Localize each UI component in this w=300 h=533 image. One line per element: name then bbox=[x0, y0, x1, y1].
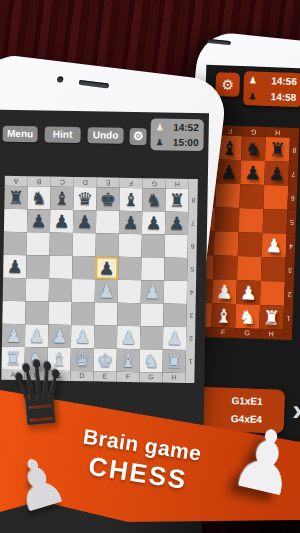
black-pawn: ♟ bbox=[145, 212, 162, 233]
square-g4[interactable] bbox=[238, 232, 263, 257]
square-f1[interactable]: ♝ bbox=[211, 303, 236, 328]
black-king: ♚ bbox=[100, 188, 117, 209]
square-b5[interactable] bbox=[26, 255, 49, 278]
white-rook: ♜ bbox=[166, 351, 183, 372]
square-f1[interactable]: ♝ bbox=[116, 349, 139, 372]
file-label bbox=[290, 128, 299, 138]
square-e6[interactable] bbox=[96, 233, 119, 256]
square-d5[interactable] bbox=[72, 256, 95, 279]
menu-button[interactable]: Menu bbox=[2, 126, 37, 143]
square-h5[interactable] bbox=[164, 258, 187, 281]
square-b8[interactable]: ♞ bbox=[27, 186, 50, 209]
hint-button[interactable]: Hint bbox=[44, 126, 80, 143]
rank-label: 8 bbox=[289, 138, 299, 162]
square-d8[interactable]: ♛ bbox=[73, 187, 96, 210]
file-label: H bbox=[166, 179, 189, 189]
square-e2[interactable] bbox=[94, 325, 117, 348]
square-a7[interactable] bbox=[4, 209, 27, 232]
square-h2[interactable]: ♟ bbox=[163, 327, 186, 350]
black-queen-3d: ♛ bbox=[6, 347, 72, 440]
black-pawn: ♟ bbox=[244, 161, 262, 184]
white-pawn: ♟ bbox=[98, 280, 115, 301]
square-h5[interactable] bbox=[263, 209, 288, 234]
white-clock-time: 14:52 bbox=[173, 120, 199, 134]
square-h8[interactable]: ♜ bbox=[165, 189, 188, 212]
white-bishop: ♝ bbox=[215, 304, 233, 327]
white-queen: ♛ bbox=[74, 349, 91, 370]
black-knight: ♞ bbox=[31, 187, 48, 208]
white-pawn: ♟ bbox=[216, 280, 234, 303]
square-f7[interactable]: ♟ bbox=[119, 211, 142, 234]
square-a5[interactable]: ♟ bbox=[3, 255, 26, 278]
rank-label: 1 bbox=[283, 306, 293, 330]
black-clock-time: 14:58 bbox=[270, 90, 296, 105]
square-d3[interactable] bbox=[71, 302, 94, 325]
white-clock-time: 14:56 bbox=[271, 74, 297, 89]
black-bishop: ♝ bbox=[221, 136, 239, 159]
square-h1[interactable]: ♜ bbox=[259, 305, 284, 330]
square-g3[interactable] bbox=[237, 256, 262, 281]
square-g8[interactable]: ♞ bbox=[142, 188, 165, 211]
square-h2[interactable] bbox=[260, 281, 285, 306]
white-rook: ♜ bbox=[263, 306, 281, 329]
black-pawn: ♟ bbox=[30, 210, 47, 231]
square-h7[interactable]: ♟ bbox=[264, 161, 289, 186]
white-knight: ♞ bbox=[143, 350, 160, 371]
square-e4[interactable]: ♟ bbox=[95, 279, 118, 302]
square-f6[interactable] bbox=[119, 234, 142, 257]
black-pawn: ♟ bbox=[268, 162, 286, 185]
square-f2[interactable]: ♟ bbox=[117, 326, 140, 349]
black-pawn: ♟ bbox=[7, 256, 24, 277]
rank-label: 2 bbox=[284, 282, 294, 306]
rank-label: 3 bbox=[186, 304, 195, 327]
black-bishop: ♝ bbox=[54, 188, 71, 209]
game-clock-panel: ♟14:56 ♟14:58 bbox=[243, 71, 300, 107]
black-queen: ♛ bbox=[77, 188, 94, 209]
square-c7[interactable]: ♟ bbox=[50, 210, 73, 233]
white-pawn: ♟ bbox=[166, 328, 183, 349]
square-h3[interactable] bbox=[261, 257, 286, 282]
square-g7[interactable]: ♟ bbox=[142, 211, 165, 234]
file-label: F bbox=[116, 372, 139, 382]
file-label: G bbox=[139, 372, 162, 382]
square-g8[interactable]: ♞ bbox=[241, 136, 266, 161]
square-a3[interactable] bbox=[2, 301, 25, 324]
square-f7[interactable]: ♟ bbox=[216, 159, 241, 184]
black-pawn: ♟ bbox=[76, 211, 93, 232]
square-a6[interactable] bbox=[4, 232, 27, 255]
black-knight: ♞ bbox=[146, 189, 163, 210]
square-g5[interactable] bbox=[239, 208, 264, 233]
square-f8[interactable]: ♝ bbox=[119, 188, 142, 211]
square-b7[interactable]: ♟ bbox=[27, 209, 50, 232]
speaker-slot bbox=[207, 39, 231, 45]
square-c3[interactable] bbox=[48, 302, 71, 325]
black-pawn: ♟ bbox=[99, 257, 116, 278]
file-label: C bbox=[51, 177, 74, 187]
square-g1[interactable]: ♞ bbox=[139, 349, 162, 372]
square-g1[interactable]: ♞ bbox=[235, 304, 260, 329]
black-knight: ♞ bbox=[245, 137, 263, 160]
white-pawn-icon: ♟ bbox=[249, 73, 258, 87]
black-clock-time: 15:00 bbox=[173, 135, 199, 149]
square-d4[interactable] bbox=[72, 279, 95, 302]
square-d7[interactable]: ♟ bbox=[73, 210, 96, 233]
square-e7[interactable] bbox=[96, 210, 119, 233]
speaker-slot bbox=[79, 80, 109, 89]
file-label bbox=[283, 330, 292, 340]
square-a8[interactable]: ♜ bbox=[4, 186, 27, 209]
file-label: D bbox=[70, 371, 93, 381]
square-g3[interactable] bbox=[140, 303, 163, 326]
square-f5[interactable] bbox=[215, 207, 240, 232]
settings-gear-icon[interactable]: ⚙ bbox=[129, 128, 146, 145]
black-pawn: ♟ bbox=[53, 211, 70, 232]
square-h6[interactable] bbox=[263, 185, 288, 210]
square-h4[interactable]: ♟ bbox=[262, 233, 287, 258]
square-g6[interactable] bbox=[239, 184, 264, 209]
undo-button[interactable]: Undo bbox=[87, 127, 123, 144]
black-rook: ♜ bbox=[169, 190, 186, 211]
square-e5[interactable]: ♟ bbox=[95, 256, 118, 279]
square-f6[interactable] bbox=[215, 183, 240, 208]
square-g5[interactable] bbox=[141, 257, 164, 280]
file-label: G bbox=[235, 328, 259, 339]
white-pawn: ♟ bbox=[120, 327, 137, 348]
square-f3[interactable] bbox=[213, 255, 238, 280]
square-g7[interactable]: ♟ bbox=[240, 160, 265, 185]
file-label: H bbox=[259, 329, 283, 340]
square-g4[interactable]: ♟ bbox=[141, 280, 164, 303]
rank-label: 3 bbox=[285, 258, 295, 282]
black-rook: ♜ bbox=[8, 187, 25, 208]
black-bishop: ♝ bbox=[123, 189, 140, 210]
square-h8[interactable]: ♜ bbox=[265, 137, 290, 162]
square-b4[interactable] bbox=[26, 278, 49, 301]
file-label: F bbox=[211, 327, 235, 338]
rank-label: 1 bbox=[185, 350, 194, 373]
square-d2[interactable]: ♟ bbox=[71, 325, 94, 348]
white-pawn: ♟ bbox=[144, 281, 161, 302]
file-label: G bbox=[143, 178, 166, 188]
file-label: E bbox=[97, 177, 120, 187]
white-pawn-icon: ♟ bbox=[156, 120, 164, 134]
screenshot-stage: ⚙ ♟14:56 ♟14:58 ABCDEFGH♝♞♜♟♟♟♟♟♟♝♞♜8765… bbox=[0, 0, 300, 533]
square-d1[interactable]: ♛ bbox=[71, 348, 94, 371]
file-label: A bbox=[5, 176, 28, 186]
square-c4[interactable] bbox=[49, 279, 72, 302]
rank-label: 6 bbox=[287, 186, 297, 210]
rank-label: 5 bbox=[187, 258, 196, 281]
square-c5[interactable] bbox=[49, 256, 72, 279]
rank-label: 5 bbox=[287, 210, 297, 234]
square-f2[interactable]: ♟ bbox=[212, 279, 237, 304]
file-label: H bbox=[162, 373, 185, 383]
white-pawn: ♟ bbox=[265, 234, 283, 257]
square-f4[interactable] bbox=[118, 280, 141, 303]
black-pawn-icon: ♟ bbox=[248, 89, 257, 103]
white-pawn: ♟ bbox=[74, 326, 91, 347]
square-e8[interactable]: ♚ bbox=[96, 187, 119, 210]
rank-label: 7 bbox=[188, 212, 197, 235]
rank-label: 2 bbox=[186, 327, 195, 350]
rank-label: 7 bbox=[288, 162, 298, 186]
square-b3[interactable] bbox=[25, 301, 48, 324]
white-pawn: ♟ bbox=[240, 281, 258, 304]
square-b6[interactable] bbox=[27, 232, 50, 255]
black-rook: ♜ bbox=[269, 138, 287, 161]
settings-gear-icon[interactable]: ⚙ bbox=[215, 72, 240, 97]
square-h1[interactable]: ♜ bbox=[162, 350, 185, 373]
square-h7[interactable]: ♟ bbox=[165, 212, 188, 235]
rank-label: 4 bbox=[187, 281, 196, 304]
square-h6[interactable] bbox=[164, 235, 187, 258]
camera-dot bbox=[57, 76, 64, 83]
square-h3[interactable] bbox=[163, 304, 186, 327]
file-label: F bbox=[120, 178, 143, 188]
file-label bbox=[185, 373, 194, 383]
rank-label: 8 bbox=[188, 189, 197, 212]
file-label: E bbox=[93, 371, 116, 381]
game-clock-panel: ♟14:52 ♟15:00 bbox=[150, 118, 204, 151]
square-c8[interactable]: ♝ bbox=[50, 187, 73, 210]
black-pawn-icon: ♟ bbox=[155, 135, 163, 149]
white-bishop: ♝ bbox=[120, 350, 137, 371]
square-c6[interactable] bbox=[50, 233, 73, 256]
black-pawn: ♟ bbox=[220, 160, 238, 183]
square-a4[interactable] bbox=[3, 278, 26, 301]
square-f4[interactable] bbox=[214, 231, 239, 256]
file-label: D bbox=[74, 177, 97, 187]
white-king: ♚ bbox=[97, 349, 114, 370]
rank-label: 6 bbox=[187, 235, 196, 258]
square-h4[interactable] bbox=[164, 281, 187, 304]
square-g2[interactable]: ♟ bbox=[236, 280, 261, 305]
white-knight: ♞ bbox=[239, 305, 257, 328]
square-f3[interactable] bbox=[117, 303, 140, 326]
square-e3[interactable] bbox=[94, 302, 117, 325]
square-g6[interactable] bbox=[142, 234, 165, 257]
square-f5[interactable] bbox=[118, 257, 141, 280]
file-label: B bbox=[28, 176, 51, 186]
rank-label: 4 bbox=[286, 234, 296, 258]
file-label bbox=[189, 179, 198, 189]
square-g2[interactable] bbox=[140, 326, 163, 349]
square-e1[interactable]: ♚ bbox=[94, 348, 117, 371]
black-pawn: ♟ bbox=[122, 212, 139, 233]
square-d6[interactable] bbox=[73, 233, 96, 256]
black-pawn: ♟ bbox=[168, 213, 185, 234]
